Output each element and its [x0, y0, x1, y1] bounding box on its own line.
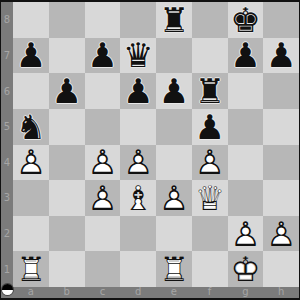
square-g3[interactable]: [228, 180, 264, 216]
square-b3[interactable]: [49, 180, 85, 216]
square-e7[interactable]: [156, 38, 192, 74]
file-labels: abcdefgh: [13, 286, 299, 297]
rank-label-5: 5: [1, 109, 13, 145]
square-f2[interactable]: [192, 216, 228, 252]
square-h6[interactable]: [263, 73, 299, 109]
square-c7[interactable]: ♟: [85, 38, 121, 74]
chess-diagram: 87654321 ♜♚♟♟♛♟♟♟♟♟♜♞♟♟♙♟♙♟♙♟♙♟♙♝♗♟♙♛♕♟♙…: [0, 0, 300, 300]
square-e1[interactable]: ♜♖: [156, 251, 192, 287]
white-king[interactable]: ♚♔: [228, 251, 264, 287]
white-piece-outline: ♔: [228, 251, 264, 287]
square-f8[interactable]: [192, 2, 228, 38]
white-piece-outline: ♙: [120, 145, 156, 181]
white-pawn[interactable]: ♟♙: [85, 180, 121, 216]
square-b6[interactable]: ♟: [49, 73, 85, 109]
rank-label-2: 2: [1, 216, 13, 252]
white-piece-outline: ♙: [263, 216, 299, 252]
black-queen[interactable]: ♛: [120, 38, 156, 74]
square-d7[interactable]: ♛: [120, 38, 156, 74]
square-h5[interactable]: [263, 109, 299, 145]
black-king[interactable]: ♚: [228, 2, 264, 38]
white-piece-outline: ♗: [120, 180, 156, 216]
square-c8[interactable]: [85, 2, 121, 38]
square-d3[interactable]: ♝♗: [120, 180, 156, 216]
square-a4[interactable]: ♟♙: [13, 145, 49, 181]
square-d6[interactable]: ♟: [120, 73, 156, 109]
black-pawn[interactable]: ♟: [120, 73, 156, 109]
white-pawn[interactable]: ♟♙: [13, 145, 49, 181]
black-pawn[interactable]: ♟: [156, 73, 192, 109]
square-g7[interactable]: ♟: [228, 38, 264, 74]
square-e3[interactable]: ♟♙: [156, 180, 192, 216]
square-c4[interactable]: ♟♙: [85, 145, 121, 181]
square-h8[interactable]: [263, 2, 299, 38]
file-label-b: b: [49, 286, 85, 297]
white-pawn[interactable]: ♟♙: [156, 180, 192, 216]
square-a8[interactable]: [13, 2, 49, 38]
square-h4[interactable]: [263, 145, 299, 181]
white-piece-outline: ♙: [85, 145, 121, 181]
square-d8[interactable]: [120, 2, 156, 38]
white-piece-outline: ♙: [192, 145, 228, 181]
square-h1[interactable]: [263, 251, 299, 287]
square-b5[interactable]: [49, 109, 85, 145]
rank-label-7: 7: [1, 38, 13, 74]
black-pawn[interactable]: ♟: [13, 38, 49, 74]
white-rook[interactable]: ♜♖: [13, 251, 49, 287]
black-pawn[interactable]: ♟: [85, 38, 121, 74]
rank-label-1: 1: [1, 251, 13, 287]
square-c1[interactable]: [85, 251, 121, 287]
square-f5[interactable]: ♟: [192, 109, 228, 145]
square-a2[interactable]: [13, 216, 49, 252]
square-f6[interactable]: ♜: [192, 73, 228, 109]
white-pawn[interactable]: ♟♙: [263, 216, 299, 252]
black-rook[interactable]: ♜: [156, 2, 192, 38]
square-a6[interactable]: [13, 73, 49, 109]
square-d5[interactable]: [120, 109, 156, 145]
square-b8[interactable]: [49, 2, 85, 38]
square-h7[interactable]: ♟: [263, 38, 299, 74]
white-piece-outline: ♙: [228, 216, 264, 252]
white-piece-outline: ♕: [192, 180, 228, 216]
square-d1[interactable]: [120, 251, 156, 287]
file-label-c: c: [85, 286, 121, 297]
black-pawn[interactable]: ♟: [49, 73, 85, 109]
square-e6[interactable]: ♟: [156, 73, 192, 109]
square-f7[interactable]: [192, 38, 228, 74]
white-pawn[interactable]: ♟♙: [120, 145, 156, 181]
white-pawn[interactable]: ♟♙: [192, 145, 228, 181]
square-e5[interactable]: [156, 109, 192, 145]
square-f3[interactable]: ♛♕: [192, 180, 228, 216]
black-pawn[interactable]: ♟: [263, 38, 299, 74]
rank-label-4: 4: [1, 145, 13, 181]
square-c6[interactable]: [85, 73, 121, 109]
square-b4[interactable]: [49, 145, 85, 181]
square-b2[interactable]: [49, 216, 85, 252]
square-b7[interactable]: [49, 38, 85, 74]
file-label-e: e: [156, 286, 192, 297]
side-to-move-indicator: [2, 284, 13, 295]
square-e8[interactable]: ♜: [156, 2, 192, 38]
file-label-d: d: [120, 286, 156, 297]
square-g4[interactable]: [228, 145, 264, 181]
square-d2[interactable]: [120, 216, 156, 252]
square-a5[interactable]: ♞: [13, 109, 49, 145]
black-pawn[interactable]: ♟: [228, 38, 264, 74]
square-e4[interactable]: [156, 145, 192, 181]
white-queen[interactable]: ♛♕: [192, 180, 228, 216]
black-rook[interactable]: ♜: [192, 73, 228, 109]
square-c5[interactable]: [85, 109, 121, 145]
chess-board: ♜♚♟♟♛♟♟♟♟♟♜♞♟♟♙♟♙♟♙♟♙♟♙♝♗♟♙♛♕♟♙♟♙♜♖♜♖♚♔: [13, 2, 299, 287]
white-piece-outline: ♙: [156, 180, 192, 216]
white-piece-outline: ♙: [13, 145, 49, 181]
file-labels-band: abcdefgh: [1, 287, 299, 298]
file-label-a: a: [13, 286, 49, 297]
square-d4[interactable]: ♟♙: [120, 145, 156, 181]
square-f1[interactable]: [192, 251, 228, 287]
square-e2[interactable]: [156, 216, 192, 252]
square-a7[interactable]: ♟: [13, 38, 49, 74]
rank-label-6: 6: [1, 73, 13, 109]
square-c3[interactable]: ♟♙: [85, 180, 121, 216]
black-knight[interactable]: ♞: [13, 109, 49, 145]
white-pawn[interactable]: ♟♙: [85, 145, 121, 181]
file-label-g: g: [228, 286, 264, 297]
square-f4[interactable]: ♟♙: [192, 145, 228, 181]
square-g6[interactable]: [228, 73, 264, 109]
white-bishop[interactable]: ♝♗: [120, 180, 156, 216]
square-a3[interactable]: [13, 180, 49, 216]
file-label-f: f: [192, 286, 228, 297]
white-pawn[interactable]: ♟♙: [228, 216, 264, 252]
white-rook[interactable]: ♜♖: [156, 251, 192, 287]
white-piece-outline: ♖: [156, 251, 192, 287]
square-h3[interactable]: [263, 180, 299, 216]
square-g5[interactable]: [228, 109, 264, 145]
rank-label-8: 8: [1, 2, 13, 38]
square-c2[interactable]: [85, 216, 121, 252]
file-label-h: h: [263, 286, 299, 297]
square-h2[interactable]: ♟♙: [263, 216, 299, 252]
square-g8[interactable]: ♚: [228, 2, 264, 38]
square-a1[interactable]: ♜♖: [13, 251, 49, 287]
white-piece-outline: ♖: [13, 251, 49, 287]
black-pawn[interactable]: ♟: [192, 109, 228, 145]
square-g1[interactable]: ♚♔: [228, 251, 264, 287]
square-b1[interactable]: [49, 251, 85, 287]
square-g2[interactable]: ♟♙: [228, 216, 264, 252]
rank-label-3: 3: [1, 180, 13, 216]
white-piece-outline: ♙: [85, 180, 121, 216]
rank-labels: 87654321: [1, 2, 13, 287]
